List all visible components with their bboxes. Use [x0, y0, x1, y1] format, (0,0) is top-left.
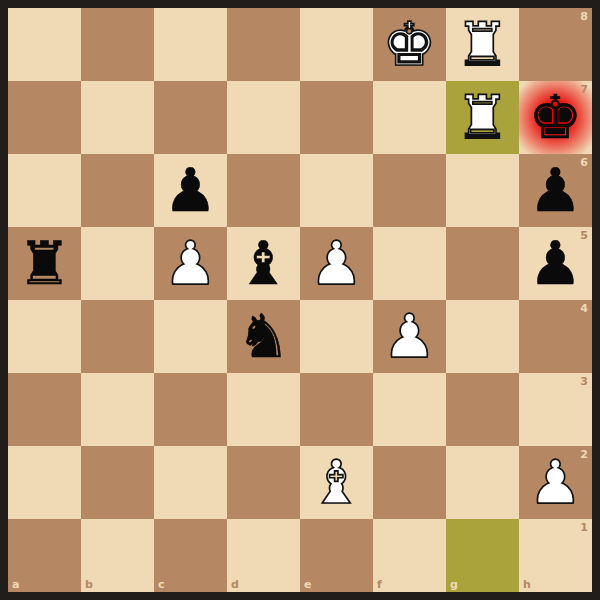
- square-f7[interactable]: [373, 81, 446, 154]
- square-b5[interactable]: [81, 227, 154, 300]
- coord-rank-4: 4: [580, 302, 588, 315]
- square-f4[interactable]: ♟: [373, 300, 446, 373]
- coord-file-f: f: [377, 578, 382, 591]
- white-bishop-e2[interactable]: ♝: [310, 446, 364, 519]
- white-rook-g7[interactable]: ♜: [456, 81, 510, 154]
- square-h6[interactable]: ♟6: [519, 154, 592, 227]
- square-e7[interactable]: [300, 81, 373, 154]
- square-c5[interactable]: ♟: [154, 227, 227, 300]
- white-king-f8[interactable]: ♚: [383, 8, 437, 81]
- square-g1[interactable]: g: [446, 519, 519, 592]
- black-rook-a5[interactable]: ♜: [18, 227, 72, 300]
- square-f6[interactable]: [373, 154, 446, 227]
- square-e3[interactable]: [300, 373, 373, 446]
- white-rook-g8[interactable]: ♜: [456, 8, 510, 81]
- square-f5[interactable]: [373, 227, 446, 300]
- square-f2[interactable]: [373, 446, 446, 519]
- square-b3[interactable]: [81, 373, 154, 446]
- square-g2[interactable]: [446, 446, 519, 519]
- square-b6[interactable]: [81, 154, 154, 227]
- square-c1[interactable]: c: [154, 519, 227, 592]
- square-h5[interactable]: ♟5: [519, 227, 592, 300]
- square-h8[interactable]: 8: [519, 8, 592, 81]
- square-a7[interactable]: [8, 81, 81, 154]
- coord-rank-8: 8: [580, 10, 588, 23]
- square-e1[interactable]: e: [300, 519, 373, 592]
- white-pawn-e5[interactable]: ♟: [310, 227, 364, 300]
- black-pawn-c6[interactable]: ♟: [164, 154, 218, 227]
- square-a2[interactable]: [8, 446, 81, 519]
- coord-rank-3: 3: [580, 375, 588, 388]
- square-f8[interactable]: ♚: [373, 8, 446, 81]
- square-e6[interactable]: [300, 154, 373, 227]
- square-h2[interactable]: ♟2: [519, 446, 592, 519]
- square-b2[interactable]: [81, 446, 154, 519]
- square-c3[interactable]: [154, 373, 227, 446]
- coord-file-h: h: [523, 578, 531, 591]
- coord-file-c: c: [158, 578, 165, 591]
- square-h7[interactable]: ♚7: [519, 81, 592, 154]
- chess-board: ♚♜8♜♚7♟♟6♜♟♝♟♟5♞♟43♝♟2abcdefg1h: [8, 8, 592, 592]
- square-e4[interactable]: [300, 300, 373, 373]
- square-h4[interactable]: 4: [519, 300, 592, 373]
- square-d3[interactable]: [227, 373, 300, 446]
- square-c4[interactable]: [154, 300, 227, 373]
- square-b8[interactable]: [81, 8, 154, 81]
- square-e2[interactable]: ♝: [300, 446, 373, 519]
- square-c7[interactable]: [154, 81, 227, 154]
- square-a4[interactable]: [8, 300, 81, 373]
- square-a3[interactable]: [8, 373, 81, 446]
- square-a8[interactable]: [8, 8, 81, 81]
- square-c8[interactable]: [154, 8, 227, 81]
- square-b4[interactable]: [81, 300, 154, 373]
- square-c6[interactable]: ♟: [154, 154, 227, 227]
- square-d4[interactable]: ♞: [227, 300, 300, 373]
- square-a5[interactable]: ♜: [8, 227, 81, 300]
- square-g6[interactable]: [446, 154, 519, 227]
- coord-file-e: e: [304, 578, 311, 591]
- square-a1[interactable]: a: [8, 519, 81, 592]
- black-king-h7[interactable]: ♚: [529, 81, 583, 154]
- board-frame: ♚♜8♜♚7♟♟6♜♟♝♟♟5♞♟43♝♟2abcdefg1h: [0, 0, 600, 600]
- square-f3[interactable]: [373, 373, 446, 446]
- square-d5[interactable]: ♝: [227, 227, 300, 300]
- square-b1[interactable]: b: [81, 519, 154, 592]
- square-d1[interactable]: d: [227, 519, 300, 592]
- black-bishop-d5[interactable]: ♝: [237, 227, 291, 300]
- square-g7[interactable]: ♜: [446, 81, 519, 154]
- square-e8[interactable]: [300, 8, 373, 81]
- square-d7[interactable]: [227, 81, 300, 154]
- square-c2[interactable]: [154, 446, 227, 519]
- square-g8[interactable]: ♜: [446, 8, 519, 81]
- black-pawn-h5[interactable]: ♟: [529, 227, 583, 300]
- black-knight-d4[interactable]: ♞: [237, 300, 291, 373]
- square-g4[interactable]: [446, 300, 519, 373]
- black-pawn-h6[interactable]: ♟: [529, 154, 583, 227]
- white-pawn-h2[interactable]: ♟: [529, 446, 583, 519]
- coord-file-a: a: [12, 578, 19, 591]
- white-pawn-c5[interactable]: ♟: [164, 227, 218, 300]
- square-h1[interactable]: 1h: [519, 519, 592, 592]
- coord-file-g: g: [450, 578, 458, 591]
- square-d6[interactable]: [227, 154, 300, 227]
- square-e5[interactable]: ♟: [300, 227, 373, 300]
- coord-file-b: b: [85, 578, 93, 591]
- square-a6[interactable]: [8, 154, 81, 227]
- square-g3[interactable]: [446, 373, 519, 446]
- square-d2[interactable]: [227, 446, 300, 519]
- square-f1[interactable]: f: [373, 519, 446, 592]
- square-h3[interactable]: 3: [519, 373, 592, 446]
- square-b7[interactable]: [81, 81, 154, 154]
- square-d8[interactable]: [227, 8, 300, 81]
- white-pawn-f4[interactable]: ♟: [383, 300, 437, 373]
- square-g5[interactable]: [446, 227, 519, 300]
- coord-file-d: d: [231, 578, 239, 591]
- coord-rank-1: 1: [580, 521, 588, 534]
